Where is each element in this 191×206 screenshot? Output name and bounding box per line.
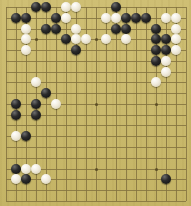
hoshi-point (155, 168, 158, 171)
grid-hline (6, 18, 186, 19)
hoshi-point (95, 168, 98, 171)
hoshi-point (35, 38, 38, 41)
grid-vline (116, 7, 117, 201)
black-stone[interactable] (61, 34, 71, 44)
black-stone[interactable] (31, 99, 41, 109)
black-stone[interactable] (131, 13, 141, 23)
grid-vline (136, 7, 137, 201)
black-stone[interactable] (11, 99, 21, 109)
grid-vline (146, 7, 147, 201)
black-stone[interactable] (161, 34, 171, 44)
black-stone[interactable] (41, 88, 51, 98)
grid-hline (6, 125, 186, 126)
black-stone[interactable] (151, 45, 161, 55)
black-stone[interactable] (21, 13, 31, 23)
hoshi-point (155, 103, 158, 106)
black-stone[interactable] (151, 34, 161, 44)
black-stone[interactable] (161, 45, 171, 55)
white-stone[interactable] (21, 24, 31, 34)
grid-hline (6, 158, 186, 159)
grid-hline (6, 201, 186, 202)
black-stone[interactable] (71, 45, 81, 55)
black-stone[interactable] (41, 2, 51, 12)
black-stone[interactable] (161, 174, 171, 184)
black-stone[interactable] (121, 13, 131, 23)
white-stone[interactable] (171, 45, 181, 55)
grid-hline (6, 93, 186, 94)
grid-vline (96, 7, 97, 201)
black-stone[interactable] (151, 24, 161, 34)
white-stone[interactable] (71, 34, 81, 44)
grid-vline (186, 7, 187, 201)
white-stone[interactable] (61, 2, 71, 12)
black-stone[interactable] (11, 13, 21, 23)
black-stone[interactable] (141, 13, 151, 23)
white-stone[interactable] (171, 34, 181, 44)
grid-hline (6, 136, 186, 137)
black-stone[interactable] (21, 174, 31, 184)
white-stone[interactable] (41, 174, 51, 184)
grid-vline (46, 7, 47, 201)
grid-vline (6, 7, 7, 201)
white-stone[interactable] (171, 24, 181, 34)
black-stone[interactable] (31, 110, 41, 120)
black-stone[interactable] (11, 110, 21, 120)
white-stone[interactable] (111, 13, 121, 23)
white-stone[interactable] (171, 13, 181, 23)
white-stone[interactable] (31, 77, 41, 87)
white-stone[interactable] (71, 24, 81, 34)
black-stone[interactable] (151, 56, 161, 66)
black-stone[interactable] (21, 131, 31, 141)
black-stone[interactable] (31, 2, 41, 12)
grid-hline (6, 179, 186, 180)
grid-hline (6, 147, 186, 148)
white-stone[interactable] (21, 164, 31, 174)
white-stone[interactable] (21, 45, 31, 55)
white-stone[interactable] (11, 174, 21, 184)
black-stone[interactable] (121, 24, 131, 34)
white-stone[interactable] (101, 13, 111, 23)
white-stone[interactable] (151, 77, 161, 87)
go-app (0, 0, 191, 206)
white-stone[interactable] (61, 13, 71, 23)
white-stone[interactable] (161, 56, 171, 66)
hoshi-point (95, 103, 98, 106)
white-stone[interactable] (31, 164, 41, 174)
white-stone[interactable] (161, 67, 171, 77)
grid-hline (6, 190, 186, 191)
white-stone[interactable] (11, 131, 21, 141)
black-stone[interactable] (111, 24, 121, 34)
go-board[interactable] (0, 0, 191, 206)
white-stone[interactable] (161, 13, 171, 23)
white-stone[interactable] (121, 34, 131, 44)
black-stone[interactable] (111, 2, 121, 12)
black-stone[interactable] (41, 24, 51, 34)
white-stone[interactable] (21, 34, 31, 44)
hoshi-point (95, 38, 98, 41)
white-stone[interactable] (51, 99, 61, 109)
black-stone[interactable] (51, 24, 61, 34)
black-stone[interactable] (51, 13, 61, 23)
white-stone[interactable] (81, 34, 91, 44)
grid-hline (6, 72, 186, 73)
white-stone[interactable] (71, 2, 81, 12)
black-stone[interactable] (11, 164, 21, 174)
white-stone[interactable] (101, 34, 111, 44)
